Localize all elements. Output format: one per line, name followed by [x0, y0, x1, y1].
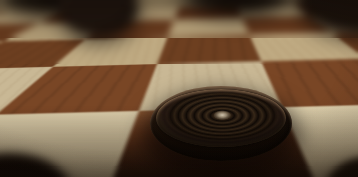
checkers-photo-scene [0, 0, 358, 177]
board-cell-r2c4-dark[interactable] [157, 35, 261, 64]
board-cell-r1c4-light[interactable] [167, 18, 249, 37]
checker-top-face-rings [156, 89, 286, 147]
piece-main-checker[interactable] [150, 86, 292, 161]
